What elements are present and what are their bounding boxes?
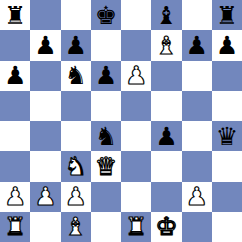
square-f8[interactable]: ♝ [151, 0, 181, 30]
square-c5[interactable] [61, 91, 91, 121]
square-e1[interactable]: ♜ [121, 212, 151, 242]
square-f5[interactable] [151, 91, 181, 121]
square-a1[interactable]: ♜ [0, 212, 30, 242]
piece-white-rook[interactable]: ♜ [125, 214, 147, 239]
square-g3[interactable] [182, 151, 212, 181]
square-g6[interactable] [182, 61, 212, 91]
square-e3[interactable] [121, 151, 151, 181]
square-e5[interactable] [121, 91, 151, 121]
square-d1[interactable] [91, 212, 121, 242]
piece-white-rook[interactable]: ♜ [4, 214, 26, 239]
square-g5[interactable] [182, 91, 212, 121]
square-f7[interactable]: ♝ [151, 30, 181, 60]
square-b6[interactable] [30, 61, 60, 91]
square-b7[interactable]: ♟ [30, 30, 60, 60]
piece-black-pawn[interactable]: ♟ [34, 33, 56, 58]
square-h4[interactable]: ♛ [212, 121, 242, 151]
square-f3[interactable] [151, 151, 181, 181]
square-e6[interactable]: ♟ [121, 61, 151, 91]
square-c6[interactable]: ♞ [61, 61, 91, 91]
piece-black-queen[interactable]: ♛ [216, 124, 238, 149]
square-b3[interactable] [30, 151, 60, 181]
square-e8[interactable] [121, 0, 151, 30]
piece-white-pawn[interactable]: ♟ [4, 184, 26, 209]
square-d4[interactable]: ♞ [91, 121, 121, 151]
square-g8[interactable] [182, 0, 212, 30]
piece-white-king[interactable]: ♚ [155, 214, 177, 239]
piece-black-king[interactable]: ♚ [95, 3, 117, 28]
square-c8[interactable] [61, 0, 91, 30]
piece-black-pawn[interactable]: ♟ [185, 33, 207, 58]
square-c7[interactable]: ♟ [61, 30, 91, 60]
square-b4[interactable] [30, 121, 60, 151]
square-d8[interactable]: ♚ [91, 0, 121, 30]
square-a7[interactable] [0, 30, 30, 60]
square-a6[interactable]: ♟ [0, 61, 30, 91]
square-e7[interactable] [121, 30, 151, 60]
square-h2[interactable] [212, 182, 242, 212]
square-g1[interactable] [182, 212, 212, 242]
square-g2[interactable]: ♟ [182, 182, 212, 212]
square-a8[interactable]: ♜ [0, 0, 30, 30]
square-a2[interactable]: ♟ [0, 182, 30, 212]
piece-black-pawn[interactable]: ♟ [155, 124, 177, 149]
piece-white-pawn[interactable]: ♟ [64, 184, 86, 209]
square-c1[interactable]: ♝ [61, 212, 91, 242]
square-c4[interactable] [61, 121, 91, 151]
piece-black-pawn[interactable]: ♟ [64, 33, 86, 58]
square-h7[interactable]: ♟ [212, 30, 242, 60]
square-f4[interactable]: ♟ [151, 121, 181, 151]
piece-black-pawn[interactable]: ♟ [4, 63, 26, 88]
square-c3[interactable]: ♞ [61, 151, 91, 181]
square-g4[interactable] [182, 121, 212, 151]
square-e2[interactable] [121, 182, 151, 212]
square-d3[interactable]: ♛ [91, 151, 121, 181]
square-f2[interactable] [151, 182, 181, 212]
square-h1[interactable] [212, 212, 242, 242]
piece-white-pawn[interactable]: ♟ [34, 184, 56, 209]
square-b2[interactable]: ♟ [30, 182, 60, 212]
chess-board: ♜♚♝♜♟♟♝♟♟♟♞♟♟♞♟♛♞♛♟♟♟♟♜♝♜♚ [0, 0, 242, 242]
square-b8[interactable] [30, 0, 60, 30]
square-d6[interactable]: ♟ [91, 61, 121, 91]
square-g7[interactable]: ♟ [182, 30, 212, 60]
square-d5[interactable] [91, 91, 121, 121]
square-c2[interactable]: ♟ [61, 182, 91, 212]
square-h6[interactable] [212, 61, 242, 91]
piece-white-pawn[interactable]: ♟ [185, 184, 207, 209]
piece-black-knight[interactable]: ♞ [64, 63, 86, 88]
square-b5[interactable] [30, 91, 60, 121]
piece-black-knight[interactable]: ♞ [95, 124, 117, 149]
piece-black-pawn[interactable]: ♟ [95, 63, 117, 88]
piece-white-pawn[interactable]: ♟ [125, 63, 147, 88]
square-a5[interactable] [0, 91, 30, 121]
square-a3[interactable] [0, 151, 30, 181]
square-d2[interactable] [91, 182, 121, 212]
square-h3[interactable] [212, 151, 242, 181]
piece-black-rook[interactable]: ♜ [216, 3, 238, 28]
piece-black-pawn[interactable]: ♟ [216, 33, 238, 58]
square-b1[interactable] [30, 212, 60, 242]
square-f6[interactable] [151, 61, 181, 91]
square-d7[interactable] [91, 30, 121, 60]
piece-black-bishop[interactable]: ♝ [155, 3, 177, 28]
square-e4[interactable] [121, 121, 151, 151]
piece-white-bishop[interactable]: ♝ [155, 33, 177, 58]
piece-white-queen[interactable]: ♛ [95, 154, 117, 179]
piece-white-bishop[interactable]: ♝ [64, 214, 86, 239]
square-f1[interactable]: ♚ [151, 212, 181, 242]
piece-white-knight[interactable]: ♞ [64, 154, 86, 179]
square-h5[interactable] [212, 91, 242, 121]
piece-black-rook[interactable]: ♜ [4, 3, 26, 28]
square-a4[interactable] [0, 121, 30, 151]
square-h8[interactable]: ♜ [212, 0, 242, 30]
